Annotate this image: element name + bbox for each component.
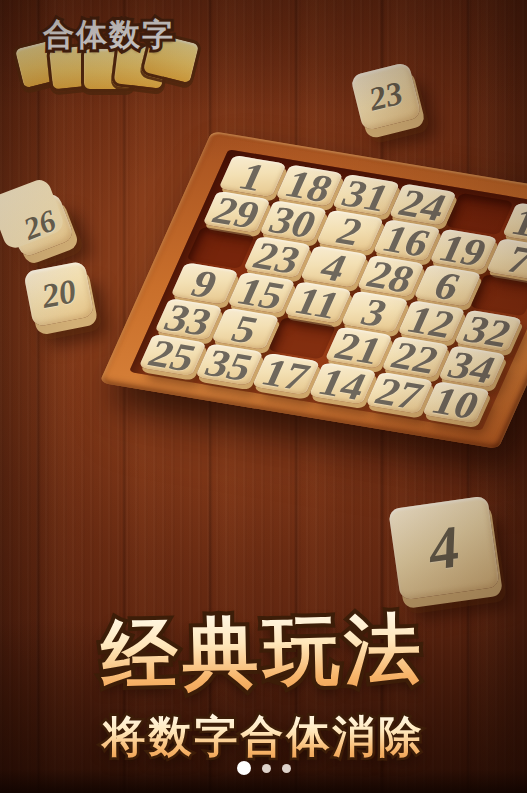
tile-number: 23 (366, 75, 407, 119)
caption-subtitle: 将数字合体消除 (0, 708, 527, 766)
board-tile-28[interactable]: 28 (357, 255, 425, 297)
pagination-dot[interactable] (237, 761, 251, 775)
board-empty-cell (187, 227, 255, 269)
loose-tile-23[interactable]: 23 (350, 62, 422, 132)
board-tile-15[interactable]: 15 (227, 272, 295, 314)
board-cell: 28 (357, 255, 425, 297)
board-tile-19[interactable]: 19 (429, 229, 497, 271)
tile-number: 25 (142, 330, 204, 380)
board-cell: 2 (316, 210, 384, 252)
tile-number: 10 (425, 378, 487, 428)
board-tile-35[interactable]: 35 (195, 343, 263, 385)
board-cell: 19 (429, 229, 497, 271)
loose-tile-20[interactable]: 20 (23, 261, 95, 328)
tile-number: 14 (312, 359, 374, 409)
board-cell: 29 (203, 191, 271, 233)
tile-number: 17 (255, 349, 317, 399)
board-tile-31[interactable]: 31 (332, 174, 400, 216)
board-cell: 14 (309, 362, 377, 404)
board-tile-14[interactable]: 14 (309, 362, 377, 404)
tile-number: 27 (369, 368, 431, 418)
board-tile-17[interactable]: 17 (252, 353, 320, 395)
board-cell: 25 (139, 334, 207, 376)
pagination-dot[interactable] (282, 764, 291, 773)
board-tile-10[interactable]: 10 (422, 381, 490, 423)
app-screen: 合体数字 11831241329302161972342869151131232… (0, 0, 527, 793)
board-recess: 1183124132930216197234286915113123233521… (129, 149, 527, 430)
loose-tile-4[interactable]: 4 (388, 495, 500, 600)
board-cell: 15 (227, 272, 295, 314)
board-cell: 35 (195, 343, 263, 385)
board-tile-25[interactable]: 25 (139, 334, 207, 376)
pagination-dot[interactable] (262, 764, 271, 773)
board-tile-29[interactable]: 29 (203, 191, 271, 233)
game-logo-title: 合体数字 (14, 14, 204, 56)
loose-tile-26[interactable]: 26 (5, 192, 75, 259)
tile-number: 35 (199, 340, 261, 390)
board-cell: 11 (284, 281, 352, 323)
board-cell: 31 (332, 174, 400, 216)
pagination-dots (0, 761, 527, 775)
board-cell: 10 (422, 381, 490, 423)
game-logo: 合体数字 (14, 10, 206, 90)
board-cell: 17 (252, 353, 320, 395)
board-tile-27[interactable]: 27 (365, 372, 433, 414)
tile-number: 4 (424, 512, 463, 585)
puzzle-board: 1183124132930216197234286915113123233521… (99, 131, 527, 449)
caption-title: 经典玩法 (0, 596, 527, 710)
board-cell: 27 (365, 372, 433, 414)
tile-number: 7 (500, 236, 527, 282)
board-tile-2[interactable]: 2 (316, 210, 384, 252)
board-grid: 1183124132930216197234286915113123233521… (129, 149, 527, 430)
board-tile-11[interactable]: 11 (284, 281, 352, 323)
tile-number: 20 (39, 272, 80, 316)
tile-number: 26 (19, 203, 61, 248)
